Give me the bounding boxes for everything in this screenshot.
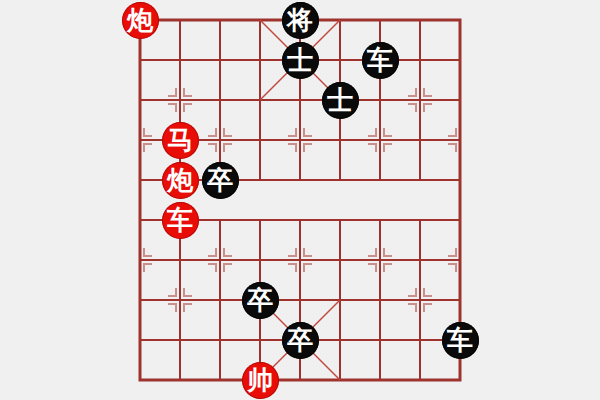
intersection-r10c9[interactable] [440,360,480,400]
intersection-r4c7[interactable] [360,120,400,160]
black-advisor[interactable]: 士 [322,82,359,119]
intersection-r5c4[interactable] [240,160,280,200]
intersection-r5c2[interactable]: 炮 [160,160,200,200]
intersection-r5c9[interactable] [440,160,480,200]
piece-grid: 炮将士车士马炮卒车卒卒车帅 [120,0,480,400]
intersection-r2c7[interactable]: 车 [360,40,400,80]
intersection-r1c2[interactable] [160,0,200,40]
intersection-r7c1[interactable] [120,240,160,280]
intersection-r9c8[interactable] [400,320,440,360]
intersection-r3c3[interactable] [200,80,240,120]
intersection-r9c9[interactable]: 车 [440,320,480,360]
intersection-r8c6[interactable] [320,280,360,320]
intersection-r4c6[interactable] [320,120,360,160]
intersection-r7c4[interactable] [240,240,280,280]
xiangqi-board: 炮将士车士马炮卒车卒卒车帅 [0,0,600,400]
intersection-r7c7[interactable] [360,240,400,280]
intersection-r6c7[interactable] [360,200,400,240]
intersection-r4c9[interactable] [440,120,480,160]
intersection-r8c7[interactable] [360,280,400,320]
intersection-r3c2[interactable] [160,80,200,120]
intersection-r8c9[interactable] [440,280,480,320]
intersection-r10c3[interactable] [200,360,240,400]
intersection-r6c4[interactable] [240,200,280,240]
intersection-r2c5[interactable]: 士 [280,40,320,80]
intersection-r10c7[interactable] [360,360,400,400]
intersection-r3c7[interactable] [360,80,400,120]
intersection-r10c5[interactable] [280,360,320,400]
intersection-r6c6[interactable] [320,200,360,240]
intersection-r9c1[interactable] [120,320,160,360]
intersection-r2c9[interactable] [440,40,480,80]
intersection-r9c4[interactable] [240,320,280,360]
black-chariot[interactable]: 车 [362,42,399,79]
intersection-r2c4[interactable] [240,40,280,80]
intersection-r6c2[interactable]: 车 [160,200,200,240]
black-pawn[interactable]: 卒 [242,282,279,319]
intersection-r6c8[interactable] [400,200,440,240]
intersection-r6c3[interactable] [200,200,240,240]
intersection-r1c9[interactable] [440,0,480,40]
red-general[interactable]: 帅 [242,362,279,399]
intersection-r3c5[interactable] [280,80,320,120]
intersection-r3c1[interactable] [120,80,160,120]
intersection-r3c8[interactable] [400,80,440,120]
intersection-r10c2[interactable] [160,360,200,400]
intersection-r5c1[interactable] [120,160,160,200]
intersection-r10c8[interactable] [400,360,440,400]
intersection-r2c2[interactable] [160,40,200,80]
intersection-r2c6[interactable] [320,40,360,80]
black-general[interactable]: 将 [282,2,319,39]
intersection-r1c3[interactable] [200,0,240,40]
red-horse[interactable]: 马 [162,122,199,159]
intersection-r10c6[interactable] [320,360,360,400]
intersection-r8c2[interactable] [160,280,200,320]
intersection-r4c1[interactable] [120,120,160,160]
intersection-r1c7[interactable] [360,0,400,40]
intersection-r7c8[interactable] [400,240,440,280]
intersection-r1c6[interactable] [320,0,360,40]
intersection-r8c4[interactable]: 卒 [240,280,280,320]
intersection-r3c9[interactable] [440,80,480,120]
black-pawn[interactable]: 卒 [282,322,319,359]
black-pawn[interactable]: 卒 [202,162,239,199]
intersection-r5c3[interactable]: 卒 [200,160,240,200]
intersection-r5c5[interactable] [280,160,320,200]
intersection-r10c1[interactable] [120,360,160,400]
intersection-r1c4[interactable] [240,0,280,40]
intersection-r7c6[interactable] [320,240,360,280]
intersection-r7c3[interactable] [200,240,240,280]
intersection-r8c5[interactable] [280,280,320,320]
intersection-r4c2[interactable]: 马 [160,120,200,160]
red-cannon[interactable]: 炮 [162,162,199,199]
intersection-r4c3[interactable] [200,120,240,160]
black-advisor[interactable]: 士 [282,42,319,79]
intersection-r2c8[interactable] [400,40,440,80]
intersection-r8c1[interactable] [120,280,160,320]
intersection-r1c1[interactable]: 炮 [120,0,160,40]
red-chariot[interactable]: 车 [162,202,199,239]
intersection-r6c5[interactable] [280,200,320,240]
intersection-r3c6[interactable]: 士 [320,80,360,120]
intersection-r5c6[interactable] [320,160,360,200]
intersection-r9c3[interactable] [200,320,240,360]
intersection-r6c1[interactable] [120,200,160,240]
black-chariot[interactable]: 车 [442,322,479,359]
intersection-r6c9[interactable] [440,200,480,240]
intersection-r9c7[interactable] [360,320,400,360]
intersection-r5c7[interactable] [360,160,400,200]
intersection-r1c8[interactable] [400,0,440,40]
intersection-r2c3[interactable] [200,40,240,80]
red-cannon[interactable]: 炮 [122,2,159,39]
intersection-r3c4[interactable] [240,80,280,120]
intersection-r7c2[interactable] [160,240,200,280]
intersection-r4c8[interactable] [400,120,440,160]
intersection-r9c6[interactable] [320,320,360,360]
intersection-r1c5[interactable]: 将 [280,0,320,40]
intersection-r9c2[interactable] [160,320,200,360]
intersection-r7c9[interactable] [440,240,480,280]
intersection-r9c5[interactable]: 卒 [280,320,320,360]
intersection-r4c4[interactable] [240,120,280,160]
intersection-r2c1[interactable] [120,40,160,80]
intersection-r7c5[interactable] [280,240,320,280]
intersection-r5c8[interactable] [400,160,440,200]
intersection-r4c5[interactable] [280,120,320,160]
intersection-r8c3[interactable] [200,280,240,320]
intersection-r10c4[interactable]: 帅 [240,360,280,400]
intersection-r8c8[interactable] [400,280,440,320]
